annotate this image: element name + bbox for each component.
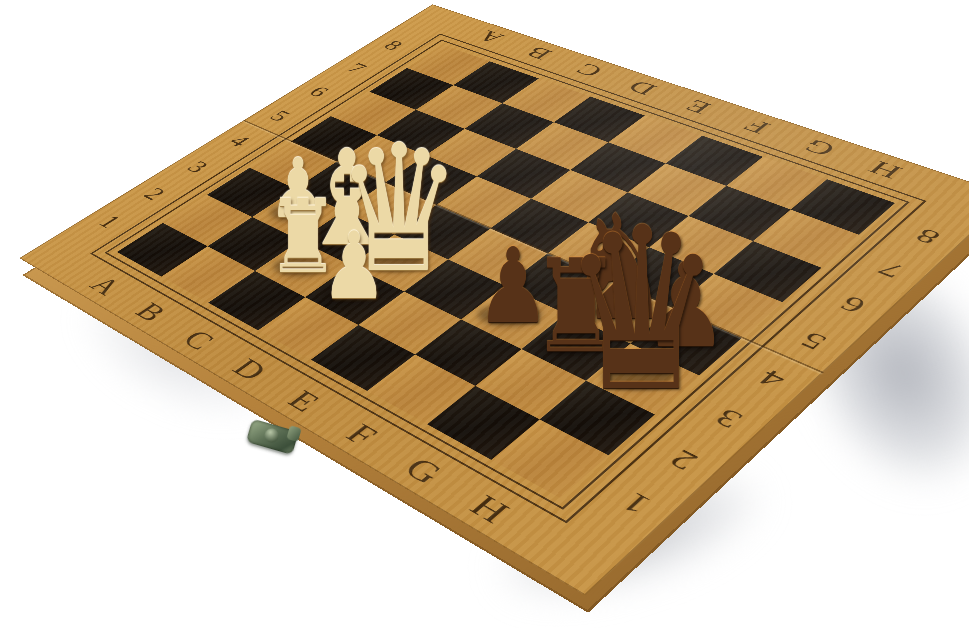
file-label-far-h: H [840, 149, 930, 191]
rank-label-near-5: 5 [247, 98, 314, 134]
chess-board: AABBCCDDEEFFGGHH1122334455667788 [19, 4, 969, 595]
file-label-far-g: G [776, 128, 862, 168]
rank-label-near-2: 2 [120, 173, 191, 214]
file-label-far-c: C [552, 54, 626, 87]
rank-label-near-8: 8 [362, 29, 426, 62]
file-label-far-f: F [716, 108, 799, 146]
file-label-far-a: A [456, 22, 525, 52]
file-label-far-d: D [604, 71, 681, 105]
rank-label-near-3: 3 [163, 147, 233, 186]
rank-label-near-4: 4 [206, 122, 275, 160]
rank-label-near-7: 7 [324, 51, 389, 85]
photo-stage: AABBCCDDEEFFGGHH1122334455667788 ♟♝♛♜♟♞♟… [0, 0, 969, 628]
rank-label-near-6: 6 [286, 74, 352, 109]
file-label-far-b: B [503, 38, 575, 69]
rank-label-near-1: 1 [74, 200, 146, 243]
clasp-hook [286, 425, 301, 442]
file-label-far-e: E [658, 89, 738, 125]
